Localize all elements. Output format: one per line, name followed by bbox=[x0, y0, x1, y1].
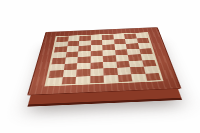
chess-board bbox=[0, 0, 200, 133]
square-r7c8 bbox=[143, 66, 158, 73]
square-r8c3 bbox=[75, 75, 89, 83]
square-r6c4 bbox=[90, 61, 103, 68]
photo-background bbox=[0, 0, 200, 133]
square-r6c6 bbox=[116, 60, 130, 67]
square-r6c2 bbox=[63, 63, 77, 70]
square-r6c5 bbox=[103, 61, 117, 68]
square-r8c6 bbox=[117, 74, 132, 82]
square-r7c1 bbox=[49, 70, 64, 78]
square-r8c4 bbox=[90, 75, 104, 83]
board-top-face bbox=[27, 27, 182, 95]
square-r7c2 bbox=[62, 69, 76, 77]
square-r6c8 bbox=[142, 59, 157, 66]
square-r8c2 bbox=[61, 76, 76, 84]
board-squares bbox=[47, 33, 161, 85]
square-r7c5 bbox=[103, 67, 117, 74]
square-r7c4 bbox=[90, 68, 104, 75]
square-r8c5 bbox=[104, 74, 119, 82]
square-r7c6 bbox=[117, 67, 132, 74]
maple-inlay-line bbox=[44, 32, 163, 86]
square-r7c3 bbox=[76, 68, 90, 75]
square-r6c3 bbox=[77, 62, 90, 69]
square-r8c1 bbox=[47, 77, 62, 85]
square-r8c8 bbox=[145, 72, 161, 80]
